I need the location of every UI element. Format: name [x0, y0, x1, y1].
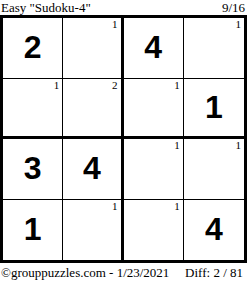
sudoku-cell-r4c4[interactable]: 4 [184, 200, 244, 261]
cell-value [124, 139, 183, 199]
difficulty-text: Diff: 2 / 81 [185, 266, 243, 280]
cell-value [63, 200, 120, 261]
sudoku-cell-r2c1[interactable]: 1 [3, 79, 63, 140]
sudoku-cell-r3c2[interactable]: 4 [63, 139, 123, 200]
cell-value [3, 79, 62, 137]
cell-value [184, 139, 244, 199]
sudoku-cell-r2c2[interactable]: 2 [63, 79, 123, 140]
cell-value: 4 [63, 139, 120, 199]
page-header: Easy "Sudoku-4" 9/16 [0, 0, 247, 15]
cell-value: 1 [184, 79, 244, 137]
sudoku-cell-r4c1[interactable]: 1 [3, 200, 63, 261]
cell-value [184, 18, 244, 78]
sudoku-cell-r4c2[interactable]: 1 [63, 200, 123, 261]
cell-value: 4 [124, 18, 183, 78]
sudoku-cell-r1c2[interactable]: 1 [63, 18, 123, 79]
cell-value: 2 [3, 18, 62, 78]
cell-value: 3 [3, 139, 62, 199]
sudoku-cell-r2c4[interactable]: 1 [184, 79, 244, 140]
cell-value [124, 200, 183, 261]
cell-value [124, 79, 183, 137]
sudoku-cell-r2c3[interactable]: 1 [124, 79, 184, 140]
copyright-text: ©grouppuzzles.com - 1/23/2021 [1, 266, 169, 280]
sudoku-cell-r3c4[interactable]: 1 [184, 139, 244, 200]
cell-value: 1 [3, 200, 62, 261]
sudoku-cell-r1c3[interactable]: 4 [124, 18, 184, 79]
sudoku-cell-r1c1[interactable]: 2 [3, 18, 63, 79]
page-number: 9/16 [222, 1, 245, 14]
sudoku-cell-r4c3[interactable]: 1 [124, 200, 184, 261]
sudoku-cell-r1c4[interactable]: 1 [184, 18, 244, 79]
cell-value [63, 79, 120, 137]
page-footer: ©grouppuzzles.com - 1/23/2021 Diff: 2 / … [0, 263, 247, 280]
cell-value [63, 18, 120, 78]
puzzle-title: Easy "Sudoku-4" [1, 1, 91, 14]
sudoku-cell-r3c3[interactable]: 1 [124, 139, 184, 200]
sudoku-cell-r3c1[interactable]: 3 [3, 139, 63, 200]
cell-value: 4 [184, 200, 244, 261]
sudoku-board: 2 1 4 1 1 2 1 1 3 4 1 1 [0, 15, 247, 263]
